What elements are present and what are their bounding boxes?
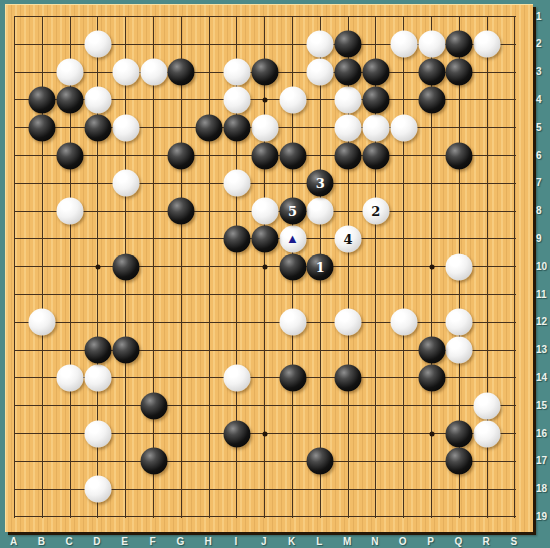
row-label: 16 — [536, 427, 547, 438]
black-stone: 1 — [307, 253, 334, 280]
column-label: I — [235, 536, 238, 547]
white-stone — [223, 86, 250, 113]
row-label: 15 — [536, 399, 547, 410]
white-stone — [251, 198, 278, 225]
black-stone — [418, 59, 445, 86]
black-stone — [335, 59, 362, 86]
black-stone — [29, 114, 56, 141]
white-stone — [362, 114, 389, 141]
white-stone — [84, 420, 111, 447]
white-stone — [307, 59, 334, 86]
black-stone — [57, 86, 84, 113]
black-stone — [140, 392, 167, 419]
white-stone — [84, 364, 111, 391]
column-label: Q — [454, 536, 462, 547]
black-stone — [84, 337, 111, 364]
white-stone — [29, 309, 56, 336]
move-number-label: 1 — [316, 260, 325, 273]
black-stone: 3 — [307, 170, 334, 197]
black-stone — [446, 142, 473, 169]
row-label: 17 — [536, 455, 547, 466]
star-point — [262, 431, 267, 436]
white-stone — [223, 364, 250, 391]
column-label: J — [261, 536, 267, 547]
row-label: 10 — [536, 260, 547, 271]
row-label: 9 — [536, 232, 542, 243]
row-label: 5 — [536, 121, 542, 132]
triangle-marker-icon: ▲ — [286, 232, 299, 245]
white-stone — [474, 31, 501, 58]
white-stone — [112, 170, 139, 197]
white-stone — [112, 59, 139, 86]
move-number-label: 4 — [344, 232, 353, 245]
black-stone — [279, 364, 306, 391]
black-stone — [223, 114, 250, 141]
white-stone: 2 — [362, 198, 389, 225]
white-stone — [57, 59, 84, 86]
black-stone — [335, 142, 362, 169]
white-stone — [279, 86, 306, 113]
white-stone — [84, 476, 111, 503]
black-stone — [335, 364, 362, 391]
black-stone — [307, 448, 334, 475]
row-label: 19 — [536, 510, 547, 521]
star-point — [262, 264, 267, 269]
black-stone — [362, 142, 389, 169]
column-label: O — [399, 536, 407, 547]
move-number-label: 3 — [316, 177, 325, 190]
row-label: 8 — [536, 205, 542, 216]
column-label: M — [343, 536, 351, 547]
white-stone — [251, 114, 278, 141]
column-label: S — [511, 536, 518, 547]
white-stone — [446, 253, 473, 280]
black-stone — [84, 114, 111, 141]
go-board[interactable]: 2▲4351 — [5, 4, 533, 532]
black-stone — [418, 337, 445, 364]
white-stone — [335, 114, 362, 141]
black-stone — [168, 142, 195, 169]
black-stone — [279, 142, 306, 169]
move-number-label: 2 — [371, 205, 380, 218]
row-label: 2 — [536, 38, 542, 49]
white-stone — [57, 364, 84, 391]
white-stone — [474, 420, 501, 447]
white-stone — [84, 86, 111, 113]
black-stone — [29, 86, 56, 113]
white-stone — [474, 392, 501, 419]
row-label: 7 — [536, 177, 542, 188]
white-stone — [446, 309, 473, 336]
white-stone — [84, 31, 111, 58]
row-label: 3 — [536, 66, 542, 77]
black-stone — [251, 142, 278, 169]
white-stone — [335, 309, 362, 336]
column-label: G — [176, 536, 184, 547]
black-stone — [140, 448, 167, 475]
black-stone — [251, 59, 278, 86]
black-stone — [446, 448, 473, 475]
column-label: R — [482, 536, 489, 547]
black-stone — [446, 31, 473, 58]
white-stone: ▲ — [279, 225, 306, 252]
white-stone — [307, 31, 334, 58]
row-label: 13 — [536, 344, 547, 355]
white-stone — [390, 114, 417, 141]
move-number-label: 5 — [288, 205, 297, 218]
row-label: 11 — [536, 288, 547, 299]
column-label: B — [38, 536, 45, 547]
white-stone — [390, 309, 417, 336]
star-point — [429, 431, 434, 436]
black-stone — [168, 59, 195, 86]
row-label: 18 — [536, 483, 547, 494]
black-stone — [418, 364, 445, 391]
row-label: 14 — [536, 371, 547, 382]
white-stone — [446, 337, 473, 364]
black-stone — [57, 142, 84, 169]
column-label: K — [288, 536, 295, 547]
black-stone — [418, 86, 445, 113]
white-stone — [390, 31, 417, 58]
row-label: 4 — [536, 93, 542, 104]
black-stone — [362, 59, 389, 86]
star-point — [429, 264, 434, 269]
row-label: 12 — [536, 316, 547, 327]
black-stone: 5 — [279, 198, 306, 225]
column-label: D — [93, 536, 100, 547]
white-stone — [223, 170, 250, 197]
black-stone — [112, 253, 139, 280]
column-label: F — [149, 536, 155, 547]
white-stone — [418, 31, 445, 58]
column-label: A — [10, 536, 17, 547]
white-stone — [279, 309, 306, 336]
column-label: P — [427, 536, 434, 547]
black-stone — [279, 253, 306, 280]
row-label: 1 — [536, 10, 542, 21]
white-stone — [112, 114, 139, 141]
white-stone — [140, 59, 167, 86]
go-diagram-screen: 2▲4351 ABCDEFGHIJKLMNOPQRS 1234567891011… — [0, 0, 550, 548]
star-point — [95, 264, 100, 269]
white-stone: 4 — [335, 225, 362, 252]
black-stone — [196, 114, 223, 141]
black-stone — [223, 420, 250, 447]
black-stone — [223, 225, 250, 252]
black-stone — [335, 31, 362, 58]
black-stone — [112, 337, 139, 364]
column-label: E — [121, 536, 128, 547]
white-stone — [307, 198, 334, 225]
column-label: L — [316, 536, 322, 547]
row-label: 6 — [536, 149, 542, 160]
star-point — [262, 97, 267, 102]
white-stone — [57, 198, 84, 225]
black-stone — [362, 86, 389, 113]
black-stone — [446, 420, 473, 447]
column-label: N — [371, 536, 378, 547]
black-stone — [446, 59, 473, 86]
black-stone — [168, 198, 195, 225]
column-label: H — [204, 536, 211, 547]
white-stone — [335, 86, 362, 113]
white-stone — [223, 59, 250, 86]
column-label: C — [65, 536, 72, 547]
black-stone — [251, 225, 278, 252]
